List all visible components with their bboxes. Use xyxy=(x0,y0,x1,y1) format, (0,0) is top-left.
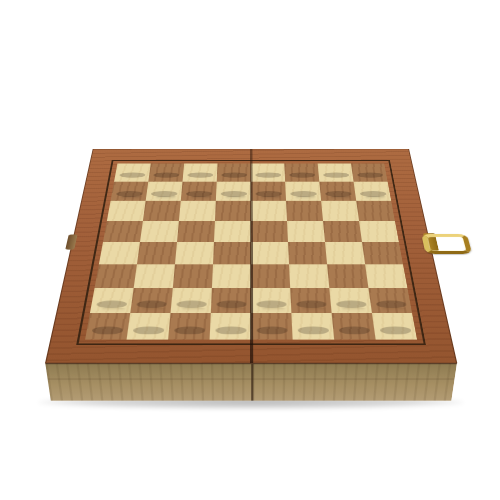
front-fold-seam xyxy=(251,364,253,401)
perspective-stage: ♜♞♝♚♛♝♞♜♟♟♟♟♟♟♟♟♟♟♟♟♟♟♟♟♜♞♝♛♚♝♞♜ xyxy=(0,0,500,500)
front-wood-joint xyxy=(48,378,455,379)
box-front-face xyxy=(45,363,457,401)
brass-latch-icon xyxy=(421,234,472,254)
chess-set-photo: ♜♞♝♚♛♝♞♜♟♟♟♟♟♟♟♟♟♟♟♟♟♟♟♟♜♞♝♛♚♝♞♜ xyxy=(0,0,500,500)
chess-box-top: ♜♞♝♚♛♝♞♜♟♟♟♟♟♟♟♟♟♟♟♟♟♟♟♟♜♞♝♛♚♝♞♜ xyxy=(45,149,457,363)
black-pawn-glyph: ♟ xyxy=(340,148,406,201)
white-rook-glyph: ♜ xyxy=(356,261,434,339)
pieces-layer: ♜♞♝♚♛♝♞♜♟♟♟♟♟♟♟♟♟♟♟♟♟♟♟♟♜♞♝♛♚♝♞♜ xyxy=(46,149,456,362)
